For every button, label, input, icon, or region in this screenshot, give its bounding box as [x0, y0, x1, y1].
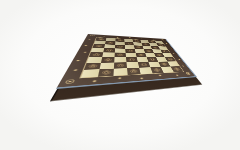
square-c1[interactable]: [113, 68, 127, 76]
square-b1[interactable]: [98, 69, 114, 77]
square-a1[interactable]: [81, 69, 100, 78]
chess-board-scene: [0, 0, 240, 150]
